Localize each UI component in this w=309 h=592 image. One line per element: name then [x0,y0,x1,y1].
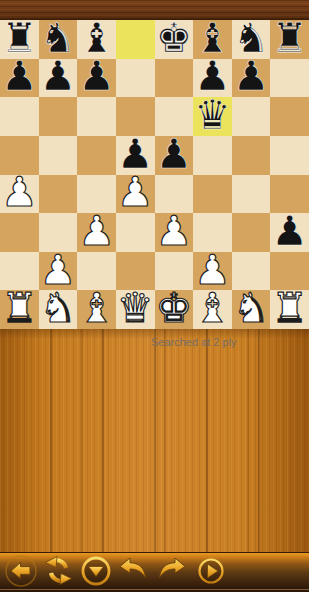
square-d6[interactable] [116,97,155,136]
square-f3[interactable] [193,213,232,252]
square-f6[interactable]: ♛ [193,97,232,136]
square-h5[interactable] [270,136,309,175]
square-a1[interactable]: ♜ [0,290,39,329]
square-f1[interactable]: ♝ [193,290,232,329]
square-c6[interactable] [77,97,116,136]
white-bishop[interactable]: ♝ [194,290,231,328]
black-rook[interactable]: ♜ [271,20,308,58]
back-button[interactable] [3,553,39,589]
square-h7[interactable] [270,59,309,98]
black-knight[interactable]: ♞ [40,20,77,58]
square-d5[interactable]: ♟ [116,136,155,175]
square-b4[interactable] [39,175,78,214]
square-b3[interactable] [39,213,78,252]
white-king[interactable]: ♚ [155,290,192,328]
black-pawn[interactable]: ♟ [194,59,231,97]
square-e2[interactable] [155,252,194,291]
white-knight[interactable]: ♞ [233,290,270,328]
square-h2[interactable] [270,252,309,291]
square-b7[interactable]: ♟ [39,59,78,98]
square-h3[interactable]: ♟ [270,213,309,252]
black-king[interactable]: ♚ [155,20,192,58]
square-d3[interactable] [116,213,155,252]
square-b6[interactable] [39,97,78,136]
square-g6[interactable] [232,97,271,136]
square-c7[interactable]: ♟ [77,59,116,98]
black-knight[interactable]: ♞ [233,20,270,58]
square-b2[interactable]: ♟ [39,252,78,291]
square-e1[interactable]: ♚ [155,290,194,329]
square-d8[interactable] [116,20,155,59]
square-a5[interactable] [0,136,39,175]
square-d1[interactable]: ♛ [116,290,155,329]
white-pawn[interactable]: ♟ [1,175,38,213]
square-d2[interactable] [116,252,155,291]
square-c2[interactable] [77,252,116,291]
square-a8[interactable]: ♜ [0,20,39,59]
square-c3[interactable]: ♟ [77,213,116,252]
white-knight[interactable]: ♞ [40,290,77,328]
black-pawn[interactable]: ♟ [233,59,270,97]
square-h8[interactable]: ♜ [270,20,309,59]
flip-board-button[interactable] [41,553,77,589]
square-b5[interactable] [39,136,78,175]
redo-arrow-icon [154,553,190,589]
square-a4[interactable]: ♟ [0,175,39,214]
square-a7[interactable]: ♟ [0,59,39,98]
status-text: Searched at 2 ply [151,336,237,348]
square-g8[interactable]: ♞ [232,20,271,59]
chevron-down-circle-icon [78,553,114,589]
square-g5[interactable] [232,136,271,175]
square-a2[interactable] [0,252,39,291]
square-g1[interactable]: ♞ [232,290,271,329]
white-pawn[interactable]: ♟ [117,175,154,213]
square-e5[interactable]: ♟ [155,136,194,175]
square-f2[interactable]: ♟ [193,252,232,291]
bottom-toolbar [0,552,309,592]
black-pawn[interactable]: ♟ [1,59,38,97]
square-e3[interactable]: ♟ [155,213,194,252]
white-rook[interactable]: ♜ [1,290,38,328]
black-rook[interactable]: ♜ [1,20,38,58]
chess-board[interactable]: ♜♞♝♚♝♞♜♟♟♟♟♟♛♟♟♟♟♟♟♟♟♟♜♞♝♛♚♝♞♜ [0,20,309,329]
square-e6[interactable] [155,97,194,136]
white-pawn[interactable]: ♟ [155,213,192,251]
white-pawn[interactable]: ♟ [78,213,115,251]
black-bishop[interactable]: ♝ [78,20,115,58]
square-b8[interactable]: ♞ [39,20,78,59]
square-f7[interactable]: ♟ [193,59,232,98]
square-c1[interactable]: ♝ [77,290,116,329]
square-e8[interactable]: ♚ [155,20,194,59]
square-d7[interactable] [116,59,155,98]
square-c8[interactable]: ♝ [77,20,116,59]
black-pawn[interactable]: ♟ [271,213,308,251]
square-e7[interactable] [155,59,194,98]
square-e4[interactable] [155,175,194,214]
white-rook[interactable]: ♜ [271,290,308,328]
square-c5[interactable] [77,136,116,175]
swap-arrows-icon [41,553,77,589]
square-c4[interactable] [77,175,116,214]
square-g2[interactable] [232,252,271,291]
black-pawn[interactable]: ♟ [155,136,192,174]
black-pawn[interactable]: ♟ [78,59,115,97]
square-g7[interactable]: ♟ [232,59,271,98]
black-pawn[interactable]: ♟ [117,136,154,174]
black-bishop[interactable]: ♝ [194,20,231,58]
square-h4[interactable] [270,175,309,214]
black-pawn[interactable]: ♟ [40,59,77,97]
white-pawn[interactable]: ♟ [194,252,231,290]
white-pawn[interactable]: ♟ [40,252,77,290]
white-bishop[interactable]: ♝ [78,290,115,328]
undo-arrow-icon [115,553,151,589]
play-button[interactable] [193,553,229,589]
show-menu-button[interactable] [78,553,114,589]
square-b1[interactable]: ♞ [39,290,78,329]
app-screen: ♜♞♝♚♝♞♜♟♟♟♟♟♛♟♟♟♟♟♟♟♟♟♜♞♝♛♚♝♞♜ Searched … [0,0,309,592]
play-circle-icon [193,553,229,589]
square-g3[interactable] [232,213,271,252]
square-f8[interactable]: ♝ [193,20,232,59]
redo-button[interactable] [154,553,190,589]
square-a3[interactable] [0,213,39,252]
black-queen[interactable]: ♛ [194,97,231,135]
square-a6[interactable] [0,97,39,136]
square-h6[interactable] [270,97,309,136]
undo-button[interactable] [115,553,151,589]
square-d4[interactable]: ♟ [116,175,155,214]
white-queen[interactable]: ♛ [117,290,154,328]
top-wood-trim [0,0,309,20]
square-g4[interactable] [232,175,271,214]
square-h1[interactable]: ♜ [270,290,309,329]
square-f4[interactable] [193,175,232,214]
square-f5[interactable] [193,136,232,175]
arrow-left-circle-icon [3,553,39,589]
